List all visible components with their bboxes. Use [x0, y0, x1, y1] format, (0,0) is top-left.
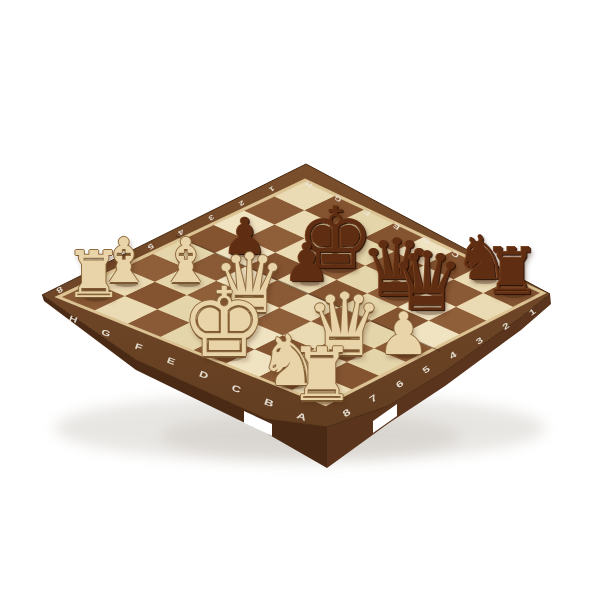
chess-product-photo: HH88GG77FF66EE55DD44CC33BB22AA11 ♟♚♞♟♝♝♜…: [0, 0, 600, 600]
piece-white-king-d8[interactable]: ♚: [181, 275, 267, 371]
piece-white-rook-h8[interactable]: ♜: [64, 243, 122, 308]
piece-white-rook-a8[interactable]: ♜: [289, 338, 355, 412]
piece-black-rook-a1[interactable]: ♜: [483, 240, 541, 305]
piece-white-pawn-a5[interactable]: ♟: [377, 305, 429, 364]
